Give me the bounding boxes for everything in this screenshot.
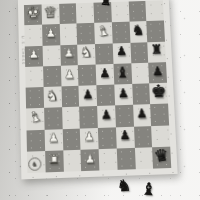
photo-chess-scene: U.S. CHESS ♚♛♟♝♞♟♟♞♟♜♟♟♝♟♞♟♟♚♝♟♟♟♟♟♞♜♟♛ … (0, 0, 200, 200)
square-h6[interactable] (117, 148, 136, 170)
piece-wP-d3[interactable]: ♟ (64, 68, 75, 80)
piece-bP-f7[interactable]: ♟ (136, 107, 147, 119)
piece-bQ-h8[interactable]: ♛ (153, 146, 170, 165)
piece-bR-c8[interactable]: ♜ (151, 43, 163, 56)
piece-wP-g4[interactable]: ♟ (84, 130, 95, 142)
square-g8[interactable] (151, 125, 170, 147)
board-grid: ♚♛♟♝♞♟♟♞♟♜♟♟♝♟♞♟♟♚♝♟♟♟♟♟♞♜♟♛ (24, 0, 171, 173)
square-a2[interactable]: ♛ (41, 4, 59, 25)
square-h3[interactable] (63, 150, 82, 172)
piece-bP-d8[interactable]: ♟ (152, 65, 163, 77)
square-g7[interactable] (133, 126, 152, 148)
square-e7[interactable] (132, 83, 151, 105)
square-f2[interactable] (44, 107, 62, 129)
square-c3[interactable]: ♟ (60, 44, 78, 65)
captured-piece-bN[interactable]: ♞ (116, 178, 131, 195)
square-c7[interactable] (130, 42, 148, 63)
square-h8[interactable]: ♛ (152, 146, 171, 168)
piece-wQ-a2[interactable]: ♛ (43, 4, 57, 20)
square-b2[interactable]: ♟ (42, 24, 60, 45)
piece-bP-e4[interactable]: ♟ (82, 88, 93, 100)
square-d7[interactable] (131, 62, 150, 83)
square-a8[interactable] (146, 0, 164, 21)
square-g4[interactable]: ♟ (80, 127, 99, 149)
piece-wB-f1[interactable]: ♝ (27, 108, 44, 126)
square-h5[interactable] (99, 148, 118, 170)
square-b3[interactable] (59, 24, 77, 45)
square-e2[interactable]: ♞ (43, 86, 61, 108)
piece-wN-c4[interactable]: ♞ (80, 45, 93, 59)
square-b7[interactable]: ♞ (129, 21, 147, 42)
square-d3[interactable]: ♟ (60, 65, 78, 86)
square-f3[interactable] (62, 107, 80, 129)
piece-bK-e8[interactable]: ♚ (151, 83, 167, 100)
square-g1[interactable] (27, 129, 45, 151)
square-c2[interactable] (42, 45, 60, 66)
square-g5[interactable] (98, 127, 117, 149)
square-h1[interactable]: ♞ (27, 151, 45, 173)
square-f1[interactable]: ♝ (26, 108, 44, 130)
square-b5[interactable]: ♝ (94, 22, 112, 43)
square-f5[interactable]: ♟ (97, 106, 116, 128)
piece-wB-b5[interactable]: ♝ (95, 23, 111, 40)
square-e3[interactable] (61, 86, 79, 108)
square-d2[interactable] (43, 66, 61, 88)
piece-wP-g2[interactable]: ♟ (48, 132, 59, 144)
square-e8[interactable]: ♚ (149, 83, 168, 105)
square-h4[interactable]: ♟ (81, 149, 100, 171)
piece-wR-h2[interactable]: ♜ (48, 153, 60, 167)
board-brand-text: U.S. CHESS (19, 36, 25, 65)
piece-bP-e6[interactable]: ♟ (118, 87, 129, 99)
square-g6[interactable]: ♟ (116, 126, 135, 148)
square-d5[interactable]: ♟ (96, 64, 114, 85)
chess-board: U.S. CHESS ♚♛♟♝♞♟♟♞♟♜♟♟♝♟♞♟♟♚♝♟♟♟♟♟♞♜♟♛ (18, 0, 178, 179)
square-g3[interactable] (62, 128, 81, 150)
square-f6[interactable] (115, 105, 134, 127)
square-a1[interactable]: ♚ (24, 4, 42, 25)
square-e4[interactable]: ♟ (79, 85, 97, 107)
piece-wN-e2[interactable]: ♞ (46, 88, 59, 102)
board-logo-knight-emblem: ♞ (28, 157, 41, 171)
captured-piece-bB[interactable]: ♝ (141, 181, 157, 199)
square-c4[interactable]: ♞ (77, 44, 95, 65)
captured-piece-bR[interactable]: ♜ (99, 0, 112, 7)
square-a6[interactable] (111, 2, 129, 23)
piece-wP-h4[interactable]: ♟ (84, 152, 95, 165)
piece-wP-b2[interactable]: ♟ (45, 27, 56, 39)
square-h2[interactable]: ♜ (45, 150, 64, 172)
square-a7[interactable] (128, 1, 146, 22)
piece-bP-f5[interactable]: ♟ (101, 109, 112, 121)
square-d4[interactable] (78, 64, 96, 85)
square-g2[interactable]: ♟ (44, 129, 62, 151)
square-b8[interactable] (147, 21, 165, 42)
square-f4[interactable] (79, 106, 97, 128)
board-mat: U.S. CHESS ♚♛♟♝♞♟♟♞♟♜♟♟♝♟♞♟♟♚♝♟♟♟♟♟♞♜♟♛ (18, 0, 178, 179)
square-d1[interactable] (25, 66, 43, 88)
piece-bN-b7[interactable]: ♞ (132, 23, 145, 37)
piece-bB-d6[interactable]: ♝ (116, 64, 129, 79)
piece-wP-c3[interactable]: ♟ (63, 47, 74, 59)
square-c5[interactable] (95, 43, 113, 64)
square-c6[interactable]: ♟ (112, 42, 130, 63)
square-e5[interactable] (96, 85, 114, 107)
square-d6[interactable]: ♝ (113, 63, 131, 84)
square-c1[interactable]: ♟ (25, 45, 43, 66)
square-a4[interactable] (76, 3, 94, 24)
square-f8[interactable] (150, 104, 169, 126)
piece-bP-d5[interactable]: ♟ (99, 67, 110, 79)
square-e6[interactable]: ♟ (114, 84, 133, 106)
square-a3[interactable] (59, 3, 77, 24)
piece-bP-c6[interactable]: ♟ (116, 45, 127, 57)
square-h7[interactable] (134, 147, 153, 169)
square-b6[interactable] (112, 22, 130, 43)
square-b4[interactable] (77, 23, 95, 44)
square-e1[interactable] (26, 87, 44, 109)
piece-wK-a1[interactable]: ♚ (24, 4, 41, 22)
square-f7[interactable]: ♟ (133, 104, 152, 126)
piece-wP-c1[interactable]: ♟ (28, 48, 39, 60)
square-b1[interactable] (24, 25, 42, 46)
square-c8[interactable]: ♜ (147, 41, 166, 62)
piece-bP-g6[interactable]: ♟ (119, 129, 130, 141)
